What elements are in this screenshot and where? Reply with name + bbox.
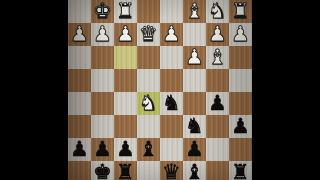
square-f4[interactable] <box>114 69 137 92</box>
square-c6[interactable]: ♞ <box>183 115 206 138</box>
square-h5[interactable] <box>68 92 91 115</box>
square-e7[interactable]: ♝ <box>137 138 160 161</box>
square-f3[interactable] <box>114 46 137 69</box>
square-b7[interactable] <box>206 138 229 161</box>
piece-white-king: ♚ <box>91 0 114 23</box>
piece-white-rook: ♜ <box>114 0 137 23</box>
square-e2[interactable]: ♛ <box>137 23 160 46</box>
square-d1[interactable] <box>160 0 183 23</box>
piece-white-bishop: ♝ <box>206 46 229 69</box>
square-f5[interactable] <box>114 92 137 115</box>
piece-black-bishop: ♝ <box>137 138 160 161</box>
square-g7[interactable]: ♟ <box>91 138 114 161</box>
square-e5[interactable]: ♞ <box>137 92 160 115</box>
square-h8[interactable] <box>68 161 91 180</box>
square-g1[interactable]: ♚ <box>91 0 114 23</box>
piece-black-pawn: ♟ <box>206 92 229 115</box>
square-c1[interactable]: ♝ <box>183 0 206 23</box>
square-a2[interactable]: ♟ <box>229 23 252 46</box>
square-c8[interactable]: ♝ <box>183 161 206 180</box>
square-h7[interactable]: ♟ <box>68 138 91 161</box>
square-c7[interactable]: ♟ <box>183 138 206 161</box>
square-e1[interactable] <box>137 0 160 23</box>
square-e6[interactable] <box>137 115 160 138</box>
square-f7[interactable]: ♟ <box>114 138 137 161</box>
square-h4[interactable] <box>68 69 91 92</box>
piece-black-king: ♚ <box>91 161 114 180</box>
piece-black-rook: ♜ <box>229 161 252 180</box>
square-e3[interactable] <box>137 46 160 69</box>
square-b1[interactable]: ♞ <box>206 0 229 23</box>
piece-black-queen: ♛ <box>160 161 183 180</box>
right-letterbox-bar <box>252 0 320 180</box>
piece-black-knight: ♞ <box>160 92 183 115</box>
square-e8[interactable] <box>137 161 160 180</box>
piece-white-pawn: ♟ <box>91 23 114 46</box>
piece-white-pawn: ♟ <box>206 23 229 46</box>
square-h3[interactable] <box>68 46 91 69</box>
square-a5[interactable] <box>229 92 252 115</box>
square-f2[interactable]: ♟ <box>114 23 137 46</box>
square-h2[interactable]: ♟ <box>68 23 91 46</box>
square-a1[interactable]: ♜ <box>229 0 252 23</box>
piece-black-pawn: ♟ <box>114 138 137 161</box>
square-d8[interactable]: ♛ <box>160 161 183 180</box>
piece-white-pawn: ♟ <box>114 23 137 46</box>
square-f8[interactable]: ♜ <box>114 161 137 180</box>
square-a4[interactable] <box>229 69 252 92</box>
piece-white-pawn: ♟ <box>160 23 183 46</box>
square-b6[interactable] <box>206 115 229 138</box>
square-f1[interactable]: ♜ <box>114 0 137 23</box>
square-b4[interactable] <box>206 69 229 92</box>
piece-black-pawn: ♟ <box>229 115 252 138</box>
video-frame: ♚♜♝♞♜♟♟♟♛♟♟♟♟♝♞♞♟♞♟♟♟♟♝♟♚♜♛♝♜ <box>0 0 320 180</box>
piece-white-pawn: ♟ <box>68 23 91 46</box>
square-c3[interactable]: ♟ <box>183 46 206 69</box>
square-c2[interactable] <box>183 23 206 46</box>
piece-black-knight: ♞ <box>183 115 206 138</box>
square-g2[interactable]: ♟ <box>91 23 114 46</box>
square-d7[interactable] <box>160 138 183 161</box>
piece-white-knight: ♞ <box>206 0 229 23</box>
square-c4[interactable] <box>183 69 206 92</box>
square-g3[interactable] <box>91 46 114 69</box>
square-b2[interactable]: ♟ <box>206 23 229 46</box>
square-b8[interactable] <box>206 161 229 180</box>
square-g8[interactable]: ♚ <box>91 161 114 180</box>
square-a3[interactable] <box>229 46 252 69</box>
piece-white-queen: ♛ <box>137 23 160 46</box>
square-h6[interactable] <box>68 115 91 138</box>
square-g6[interactable] <box>91 115 114 138</box>
piece-black-bishop: ♝ <box>183 161 206 180</box>
piece-white-bishop: ♝ <box>183 0 206 23</box>
piece-black-pawn: ♟ <box>91 138 114 161</box>
square-g4[interactable] <box>91 69 114 92</box>
square-f6[interactable] <box>114 115 137 138</box>
square-d5[interactable]: ♞ <box>160 92 183 115</box>
square-a6[interactable]: ♟ <box>229 115 252 138</box>
square-d2[interactable]: ♟ <box>160 23 183 46</box>
piece-white-knight: ♞ <box>137 92 160 115</box>
piece-white-pawn: ♟ <box>229 23 252 46</box>
piece-black-pawn: ♟ <box>183 138 206 161</box>
square-e4[interactable] <box>137 69 160 92</box>
piece-black-pawn: ♟ <box>68 138 91 161</box>
square-h1[interactable] <box>68 0 91 23</box>
square-d3[interactable] <box>160 46 183 69</box>
square-d6[interactable] <box>160 115 183 138</box>
square-a7[interactable] <box>229 138 252 161</box>
square-c5[interactable] <box>183 92 206 115</box>
square-b5[interactable]: ♟ <box>206 92 229 115</box>
chess-board: ♚♜♝♞♜♟♟♟♛♟♟♟♟♝♞♞♟♞♟♟♟♟♝♟♚♜♛♝♜ <box>68 0 252 180</box>
square-b3[interactable]: ♝ <box>206 46 229 69</box>
piece-black-rook: ♜ <box>114 161 137 180</box>
left-letterbox-bar <box>0 0 68 180</box>
square-d4[interactable] <box>160 69 183 92</box>
piece-white-pawn: ♟ <box>183 46 206 69</box>
square-a8[interactable]: ♜ <box>229 161 252 180</box>
square-g5[interactable] <box>91 92 114 115</box>
piece-white-rook: ♜ <box>229 0 252 23</box>
